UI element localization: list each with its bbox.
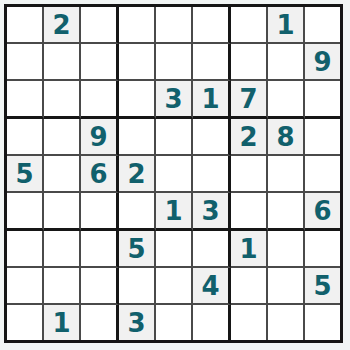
- cell-r5c7[interactable]: [231, 156, 268, 193]
- cell-r8c8[interactable]: [268, 268, 305, 305]
- cell-r1c8[interactable]: 1: [268, 7, 305, 44]
- cell-r8c7[interactable]: [231, 268, 268, 305]
- cell-r5c9[interactable]: [305, 156, 340, 193]
- cell-r1c7[interactable]: [231, 7, 268, 44]
- cell-r7c6[interactable]: [193, 231, 231, 268]
- cell-r6c1[interactable]: [7, 193, 44, 231]
- cell-r6c5[interactable]: 1: [156, 193, 193, 231]
- cell-r9c6[interactable]: [193, 305, 231, 340]
- cell-r9c1[interactable]: [7, 305, 44, 340]
- cell-r5c6[interactable]: [193, 156, 231, 193]
- cell-r5c1[interactable]: 5: [7, 156, 44, 193]
- cell-r7c1[interactable]: [7, 231, 44, 268]
- cell-r4c2[interactable]: [44, 119, 81, 156]
- cell-r3c7[interactable]: 7: [231, 81, 268, 119]
- cell-r2c7[interactable]: [231, 44, 268, 81]
- cell-r7c2[interactable]: [44, 231, 81, 268]
- cell-r1c6[interactable]: [193, 7, 231, 44]
- cell-r1c2[interactable]: 2: [44, 7, 81, 44]
- cell-r9c5[interactable]: [156, 305, 193, 340]
- cell-r6c7[interactable]: [231, 193, 268, 231]
- cell-r4c7[interactable]: 2: [231, 119, 268, 156]
- cell-r5c2[interactable]: [44, 156, 81, 193]
- cell-r8c1[interactable]: [7, 268, 44, 305]
- cell-r9c9[interactable]: [305, 305, 340, 340]
- cell-r4c5[interactable]: [156, 119, 193, 156]
- cell-r2c3[interactable]: [81, 44, 119, 81]
- cell-r8c5[interactable]: [156, 268, 193, 305]
- sudoku-board: 219317928562136514513: [4, 4, 343, 343]
- cell-r2c9[interactable]: 9: [305, 44, 340, 81]
- cell-r4c9[interactable]: [305, 119, 340, 156]
- cell-r4c3[interactable]: 9: [81, 119, 119, 156]
- cell-r7c5[interactable]: [156, 231, 193, 268]
- cell-r7c4[interactable]: 5: [119, 231, 156, 268]
- cell-r3c4[interactable]: [119, 81, 156, 119]
- cell-r6c8[interactable]: [268, 193, 305, 231]
- cell-r9c4[interactable]: 3: [119, 305, 156, 340]
- sudoku-page: 219317928562136514513: [0, 0, 350, 350]
- cell-r2c6[interactable]: [193, 44, 231, 81]
- cell-r6c6[interactable]: 3: [193, 193, 231, 231]
- cell-r3c5[interactable]: 3: [156, 81, 193, 119]
- cell-r1c4[interactable]: [119, 7, 156, 44]
- cell-r2c2[interactable]: [44, 44, 81, 81]
- cell-r3c2[interactable]: [44, 81, 81, 119]
- cell-r7c3[interactable]: [81, 231, 119, 268]
- cell-r9c8[interactable]: [268, 305, 305, 340]
- cell-r8c2[interactable]: [44, 268, 81, 305]
- cell-r2c8[interactable]: [268, 44, 305, 81]
- cell-r1c3[interactable]: [81, 7, 119, 44]
- cell-r2c5[interactable]: [156, 44, 193, 81]
- cell-r2c1[interactable]: [7, 44, 44, 81]
- cell-r9c2[interactable]: 1: [44, 305, 81, 340]
- cell-r3c3[interactable]: [81, 81, 119, 119]
- cell-r5c5[interactable]: [156, 156, 193, 193]
- cell-r1c5[interactable]: [156, 7, 193, 44]
- cell-r3c8[interactable]: [268, 81, 305, 119]
- cell-r6c4[interactable]: [119, 193, 156, 231]
- cell-r2c4[interactable]: [119, 44, 156, 81]
- cell-r8c3[interactable]: [81, 268, 119, 305]
- cell-r5c4[interactable]: 2: [119, 156, 156, 193]
- cell-r4c6[interactable]: [193, 119, 231, 156]
- cell-r8c6[interactable]: 4: [193, 268, 231, 305]
- cell-r7c7[interactable]: 1: [231, 231, 268, 268]
- cell-r1c9[interactable]: [305, 7, 340, 44]
- cell-r4c8[interactable]: 8: [268, 119, 305, 156]
- cell-r9c3[interactable]: [81, 305, 119, 340]
- cell-r4c1[interactable]: [7, 119, 44, 156]
- cell-r3c6[interactable]: 1: [193, 81, 231, 119]
- cell-r6c3[interactable]: [81, 193, 119, 231]
- cell-r7c8[interactable]: [268, 231, 305, 268]
- cell-r8c9[interactable]: 5: [305, 268, 340, 305]
- cell-r9c7[interactable]: [231, 305, 268, 340]
- cell-r7c9[interactable]: [305, 231, 340, 268]
- cell-r6c9[interactable]: 6: [305, 193, 340, 231]
- cell-r1c1[interactable]: [7, 7, 44, 44]
- cell-r3c9[interactable]: [305, 81, 340, 119]
- cell-r5c3[interactable]: 6: [81, 156, 119, 193]
- cell-r8c4[interactable]: [119, 268, 156, 305]
- cell-r4c4[interactable]: [119, 119, 156, 156]
- cell-r3c1[interactable]: [7, 81, 44, 119]
- cell-r6c2[interactable]: [44, 193, 81, 231]
- cell-r5c8[interactable]: [268, 156, 305, 193]
